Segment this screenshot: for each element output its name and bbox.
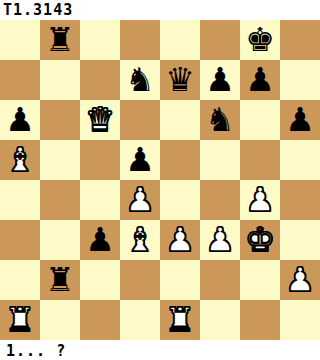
piece-black-pawn: ♟ xyxy=(245,60,275,100)
square-h3[interactable] xyxy=(280,220,320,260)
square-b3[interactable] xyxy=(40,220,80,260)
square-h7[interactable] xyxy=(280,60,320,100)
piece-white-king: ♚ xyxy=(245,220,275,260)
piece-black-pawn: ♟ xyxy=(5,100,35,140)
piece-white-rook: ♜ xyxy=(165,300,195,340)
square-g4[interactable]: ♟ xyxy=(240,180,280,220)
square-f1[interactable] xyxy=(200,300,240,340)
square-e8[interactable] xyxy=(160,20,200,60)
square-e6[interactable] xyxy=(160,100,200,140)
square-g8[interactable]: ♚ xyxy=(240,20,280,60)
square-g2[interactable] xyxy=(240,260,280,300)
square-a2[interactable] xyxy=(0,260,40,300)
square-d3[interactable]: ♝ xyxy=(120,220,160,260)
square-h8[interactable] xyxy=(280,20,320,60)
piece-white-pawn: ♟ xyxy=(205,220,235,260)
square-e7[interactable]: ♛ xyxy=(160,60,200,100)
square-g5[interactable] xyxy=(240,140,280,180)
square-h5[interactable] xyxy=(280,140,320,180)
square-h6[interactable]: ♟ xyxy=(280,100,320,140)
square-c8[interactable] xyxy=(80,20,120,60)
square-c7[interactable] xyxy=(80,60,120,100)
square-c3[interactable]: ♟ xyxy=(80,220,120,260)
square-d5[interactable]: ♟ xyxy=(120,140,160,180)
square-a1[interactable]: ♜ xyxy=(0,300,40,340)
square-f5[interactable] xyxy=(200,140,240,180)
square-f4[interactable] xyxy=(200,180,240,220)
piece-white-pawn: ♟ xyxy=(285,260,315,300)
square-h4[interactable] xyxy=(280,180,320,220)
piece-white-bishop: ♝ xyxy=(5,140,35,180)
square-a4[interactable] xyxy=(0,180,40,220)
square-f8[interactable] xyxy=(200,20,240,60)
square-h1[interactable] xyxy=(280,300,320,340)
square-a3[interactable] xyxy=(0,220,40,260)
piece-black-pawn: ♟ xyxy=(125,140,155,180)
piece-black-pawn: ♟ xyxy=(205,60,235,100)
square-e5[interactable] xyxy=(160,140,200,180)
piece-white-bishop: ♝ xyxy=(125,220,155,260)
square-b6[interactable] xyxy=(40,100,80,140)
square-b5[interactable] xyxy=(40,140,80,180)
square-e2[interactable] xyxy=(160,260,200,300)
square-b4[interactable] xyxy=(40,180,80,220)
square-d4[interactable]: ♟ xyxy=(120,180,160,220)
piece-black-pawn: ♟ xyxy=(85,220,115,260)
square-a7[interactable] xyxy=(0,60,40,100)
square-a8[interactable] xyxy=(0,20,40,60)
square-a6[interactable]: ♟ xyxy=(0,100,40,140)
square-g3[interactable]: ♚ xyxy=(240,220,280,260)
piece-white-rook: ♜ xyxy=(5,300,35,340)
piece-black-king: ♚ xyxy=(245,20,275,60)
piece-white-pawn: ♟ xyxy=(125,180,155,220)
square-c1[interactable] xyxy=(80,300,120,340)
square-c6[interactable]: ♛ xyxy=(80,100,120,140)
square-d1[interactable] xyxy=(120,300,160,340)
piece-white-pawn: ♟ xyxy=(245,180,275,220)
piece-black-queen: ♛ xyxy=(165,60,195,100)
square-b1[interactable] xyxy=(40,300,80,340)
square-b2[interactable]: ♜ xyxy=(40,260,80,300)
square-g7[interactable]: ♟ xyxy=(240,60,280,100)
square-a5[interactable]: ♝ xyxy=(0,140,40,180)
square-d2[interactable] xyxy=(120,260,160,300)
square-c5[interactable] xyxy=(80,140,120,180)
piece-white-pawn: ♟ xyxy=(165,220,195,260)
square-b7[interactable] xyxy=(40,60,80,100)
square-f3[interactable]: ♟ xyxy=(200,220,240,260)
chess-board: ♜♚♞♛♟♟♟♛♞♟♝♟♟♟♟♝♟♟♚♜♟♜♜ xyxy=(0,20,320,340)
piece-black-rook: ♜ xyxy=(45,260,75,300)
piece-black-knight: ♞ xyxy=(205,100,235,140)
piece-black-knight: ♞ xyxy=(125,60,155,100)
square-e1[interactable]: ♜ xyxy=(160,300,200,340)
square-d7[interactable]: ♞ xyxy=(120,60,160,100)
piece-black-rook: ♜ xyxy=(45,20,75,60)
square-b8[interactable]: ♜ xyxy=(40,20,80,60)
piece-black-pawn: ♟ xyxy=(285,100,315,140)
square-f6[interactable]: ♞ xyxy=(200,100,240,140)
square-d8[interactable] xyxy=(120,20,160,60)
square-d6[interactable] xyxy=(120,100,160,140)
square-c2[interactable] xyxy=(80,260,120,300)
move-prompt: 1... ? xyxy=(0,340,320,360)
square-f2[interactable] xyxy=(200,260,240,300)
square-c4[interactable] xyxy=(80,180,120,220)
square-f7[interactable]: ♟ xyxy=(200,60,240,100)
puzzle-id: T1.3143 xyxy=(0,0,320,20)
square-g1[interactable] xyxy=(240,300,280,340)
square-e4[interactable] xyxy=(160,180,200,220)
square-g6[interactable] xyxy=(240,100,280,140)
square-h2[interactable]: ♟ xyxy=(280,260,320,300)
piece-white-queen: ♛ xyxy=(85,100,115,140)
square-e3[interactable]: ♟ xyxy=(160,220,200,260)
